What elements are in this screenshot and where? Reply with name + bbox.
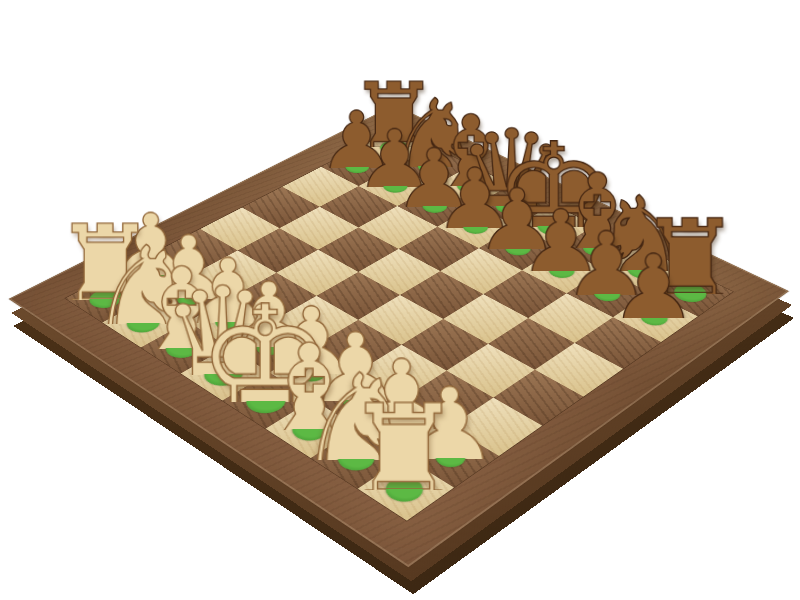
piece-black-pawn-h7: ♟: [572, 145, 735, 318]
chess-board: ♜♞♟♝♟♛♟♚♟♝♟♞♟♟♜♟♟♜♟♟♞♟♝♟♛♟♚♟♝♟♞♜: [9, 105, 790, 567]
chess-set-photo: ♜♞♟♝♟♛♟♚♟♝♟♞♟♟♜♟♟♜♟♟♞♟♝♟♛♟♚♟♝♟♞♜: [0, 0, 800, 600]
piece-white-rook-h1: ♜: [311, 294, 496, 490]
